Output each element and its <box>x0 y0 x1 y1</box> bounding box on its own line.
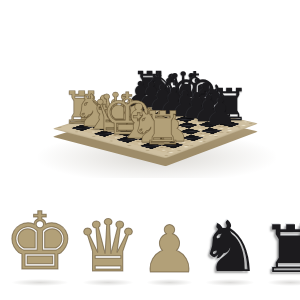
black-knight-icon: ♞ <box>199 212 262 282</box>
white-pawn-icon: ♟ <box>140 217 198 282</box>
display-piece-black-knight: ♞ <box>199 212 262 282</box>
white-king-icon: ♚ <box>4 202 76 282</box>
product-photo-stage: ♜♞♝♛♚♝♞♜♟♟♟♟♟♟♟♟♟♟♟♟♟♟♟♟♜♞♝♛♚♝♞♜ ♚♛♟♞♜♟ <box>0 0 300 300</box>
display-piece-black-rook: ♜ <box>261 217 300 282</box>
display-piece-white-pawn: ♟ <box>140 217 198 282</box>
white-queen-icon: ♛ <box>76 210 141 282</box>
black-rook-icon: ♜ <box>261 217 300 282</box>
display-piece-white-queen: ♛ <box>76 210 141 282</box>
display-piece-white-king: ♚ <box>4 202 76 282</box>
display-piece-row: ♚♛♟♞♜♟ <box>4 190 296 282</box>
